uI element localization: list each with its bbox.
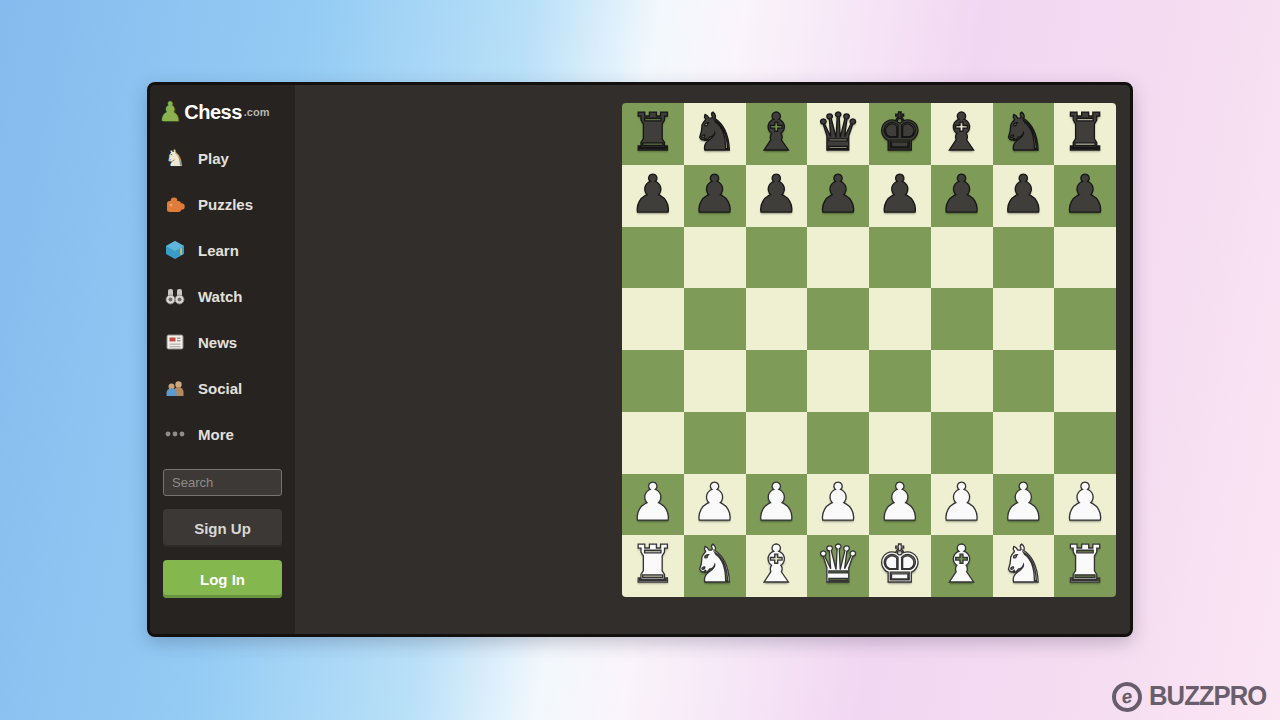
sidebar-nav: ♞ Play Puzzles bbox=[150, 135, 295, 457]
chess-com-window: ♟ Chess .com ♞ Play bbox=[147, 82, 1133, 637]
piece-white-pawn: ♟ bbox=[753, 476, 800, 528]
square-g2[interactable]: ♟ bbox=[993, 474, 1055, 536]
sidebar-item-label: Play bbox=[198, 150, 229, 167]
piece-black-pawn: ♟ bbox=[877, 168, 924, 220]
pawn-logo-icon: ♟ bbox=[158, 99, 182, 125]
piece-white-knight: ♞ bbox=[691, 538, 738, 590]
square-d8[interactable]: ♛ bbox=[807, 103, 869, 165]
square-d1[interactable]: ♛ bbox=[807, 535, 869, 597]
piece-black-pawn: ♟ bbox=[938, 168, 985, 220]
square-a3[interactable] bbox=[622, 412, 684, 474]
square-g7[interactable]: ♟ bbox=[993, 165, 1055, 227]
sidebar-item-label: Social bbox=[198, 380, 242, 397]
piece-white-pawn: ♟ bbox=[815, 476, 862, 528]
piece-white-queen: ♛ bbox=[815, 538, 862, 590]
knight-icon: ♞ bbox=[163, 146, 187, 170]
square-f6[interactable] bbox=[931, 227, 993, 289]
sidebar-item-label: Learn bbox=[198, 242, 239, 259]
newspaper-icon bbox=[163, 330, 187, 354]
piece-black-knight: ♞ bbox=[1000, 106, 1047, 158]
piece-black-queen: ♛ bbox=[815, 106, 862, 158]
square-d5[interactable] bbox=[807, 288, 869, 350]
square-d2[interactable]: ♟ bbox=[807, 474, 869, 536]
puzzle-icon bbox=[163, 192, 187, 216]
chess-board: ♜♞♝♛♚♝♞♜♟♟♟♟♟♟♟♟♟♟♟♟♟♟♟♟♜♞♝♛♚♝♞♜ bbox=[622, 103, 1116, 597]
piece-black-king: ♚ bbox=[877, 106, 924, 158]
square-f7[interactable]: ♟ bbox=[931, 165, 993, 227]
square-h8[interactable]: ♜ bbox=[1054, 103, 1116, 165]
square-a6[interactable] bbox=[622, 227, 684, 289]
piece-black-rook: ♜ bbox=[1062, 106, 1109, 158]
square-e7[interactable]: ♟ bbox=[869, 165, 931, 227]
sidebar-item-learn[interactable]: Learn bbox=[150, 227, 295, 273]
square-c1[interactable]: ♝ bbox=[746, 535, 808, 597]
sidebar-item-social[interactable]: Social bbox=[150, 365, 295, 411]
piece-black-bishop: ♝ bbox=[753, 106, 800, 158]
square-g1[interactable]: ♞ bbox=[993, 535, 1055, 597]
piece-white-rook: ♜ bbox=[1062, 538, 1109, 590]
square-e2[interactable]: ♟ bbox=[869, 474, 931, 536]
piece-black-pawn: ♟ bbox=[691, 168, 738, 220]
piece-white-knight: ♞ bbox=[1000, 538, 1047, 590]
piece-white-bishop: ♝ bbox=[938, 538, 985, 590]
square-b1[interactable]: ♞ bbox=[684, 535, 746, 597]
square-d4[interactable] bbox=[807, 350, 869, 412]
piece-black-pawn: ♟ bbox=[1062, 168, 1109, 220]
sidebar-item-label: Puzzles bbox=[198, 196, 253, 213]
piece-black-pawn: ♟ bbox=[753, 168, 800, 220]
square-h1[interactable]: ♜ bbox=[1054, 535, 1116, 597]
sidebar-item-watch[interactable]: Watch bbox=[150, 273, 295, 319]
square-f3[interactable] bbox=[931, 412, 993, 474]
piece-black-bishop: ♝ bbox=[938, 106, 985, 158]
piece-white-pawn: ♟ bbox=[691, 476, 738, 528]
graduation-cap-icon bbox=[163, 238, 187, 262]
sidebar-item-label: News bbox=[198, 334, 237, 351]
square-d7[interactable]: ♟ bbox=[807, 165, 869, 227]
square-f1[interactable]: ♝ bbox=[931, 535, 993, 597]
square-f5[interactable] bbox=[931, 288, 993, 350]
square-b8[interactable]: ♞ bbox=[684, 103, 746, 165]
piece-white-pawn: ♟ bbox=[938, 476, 985, 528]
sidebar-item-play[interactable]: ♞ Play bbox=[150, 135, 295, 181]
brand-suffix: .com bbox=[244, 106, 270, 118]
binoculars-icon bbox=[163, 284, 187, 308]
square-c7[interactable]: ♟ bbox=[746, 165, 808, 227]
square-f4[interactable] bbox=[931, 350, 993, 412]
people-icon bbox=[163, 376, 187, 400]
square-c8[interactable]: ♝ bbox=[746, 103, 808, 165]
square-a7[interactable]: ♟ bbox=[622, 165, 684, 227]
square-d3[interactable] bbox=[807, 412, 869, 474]
square-b6[interactable] bbox=[684, 227, 746, 289]
square-f8[interactable]: ♝ bbox=[931, 103, 993, 165]
square-c2[interactable]: ♟ bbox=[746, 474, 808, 536]
piece-black-pawn: ♟ bbox=[815, 168, 862, 220]
square-g8[interactable]: ♞ bbox=[993, 103, 1055, 165]
square-e5[interactable] bbox=[869, 288, 931, 350]
piece-black-knight: ♞ bbox=[691, 106, 738, 158]
sidebar-item-news[interactable]: News bbox=[150, 319, 295, 365]
search-input[interactable] bbox=[163, 469, 282, 496]
square-g6[interactable] bbox=[993, 227, 1055, 289]
square-b5[interactable] bbox=[684, 288, 746, 350]
main-content: ♜♞♝♛♚♝♞♜♟♟♟♟♟♟♟♟♟♟♟♟♟♟♟♟♜♞♝♛♚♝♞♜ bbox=[295, 85, 1130, 634]
square-c5[interactable] bbox=[746, 288, 808, 350]
piece-white-king: ♚ bbox=[877, 538, 924, 590]
log-in-button[interactable]: Log In bbox=[163, 560, 282, 598]
square-h5[interactable] bbox=[1054, 288, 1116, 350]
piece-white-pawn: ♟ bbox=[630, 476, 677, 528]
sidebar-item-label: More bbox=[198, 426, 234, 443]
sign-up-button[interactable]: Sign Up bbox=[163, 509, 282, 547]
chess-com-logo[interactable]: ♟ Chess .com bbox=[150, 95, 295, 135]
square-g5[interactable] bbox=[993, 288, 1055, 350]
piece-white-rook: ♜ bbox=[630, 538, 677, 590]
square-a5[interactable] bbox=[622, 288, 684, 350]
square-e1[interactable]: ♚ bbox=[869, 535, 931, 597]
square-a2[interactable]: ♟ bbox=[622, 474, 684, 536]
square-g3[interactable] bbox=[993, 412, 1055, 474]
piece-white-pawn: ♟ bbox=[877, 476, 924, 528]
square-a1[interactable]: ♜ bbox=[622, 535, 684, 597]
square-b3[interactable] bbox=[684, 412, 746, 474]
square-c4[interactable] bbox=[746, 350, 808, 412]
brand-name: Chess bbox=[184, 101, 242, 124]
sidebar-item-label: Watch bbox=[198, 288, 242, 305]
piece-white-pawn: ♟ bbox=[1062, 476, 1109, 528]
square-b2[interactable]: ♟ bbox=[684, 474, 746, 536]
buzzpro-text: BUZZPRO bbox=[1149, 681, 1266, 712]
piece-black-pawn: ♟ bbox=[1000, 168, 1047, 220]
square-c6[interactable] bbox=[746, 227, 808, 289]
square-h4[interactable] bbox=[1054, 350, 1116, 412]
square-e6[interactable] bbox=[869, 227, 931, 289]
square-c3[interactable] bbox=[746, 412, 808, 474]
sidebar: ♟ Chess .com ♞ Play bbox=[150, 85, 295, 634]
square-b7[interactable]: ♟ bbox=[684, 165, 746, 227]
search-container bbox=[150, 457, 295, 500]
sidebar-item-more[interactable]: More bbox=[150, 411, 295, 457]
square-h2[interactable]: ♟ bbox=[1054, 474, 1116, 536]
square-d6[interactable] bbox=[807, 227, 869, 289]
square-e8[interactable]: ♚ bbox=[869, 103, 931, 165]
buzzpro-logo-icon: e bbox=[1110, 680, 1144, 714]
square-a4[interactable] bbox=[622, 350, 684, 412]
square-h3[interactable] bbox=[1054, 412, 1116, 474]
square-f2[interactable]: ♟ bbox=[931, 474, 993, 536]
square-a8[interactable]: ♜ bbox=[622, 103, 684, 165]
square-h7[interactable]: ♟ bbox=[1054, 165, 1116, 227]
square-b4[interactable] bbox=[684, 350, 746, 412]
sidebar-item-puzzles[interactable]: Puzzles bbox=[150, 181, 295, 227]
square-e4[interactable] bbox=[869, 350, 931, 412]
square-h6[interactable] bbox=[1054, 227, 1116, 289]
ellipsis-icon bbox=[163, 422, 187, 446]
buzzpro-watermark: e BUZZPRO bbox=[1112, 681, 1273, 712]
piece-black-rook: ♜ bbox=[630, 106, 677, 158]
desktop-background: ♟ Chess .com ♞ Play bbox=[0, 0, 1280, 720]
square-g4[interactable] bbox=[993, 350, 1055, 412]
piece-black-pawn: ♟ bbox=[630, 168, 677, 220]
piece-white-pawn: ♟ bbox=[1000, 476, 1047, 528]
square-e3[interactable] bbox=[869, 412, 931, 474]
piece-white-bishop: ♝ bbox=[753, 538, 800, 590]
